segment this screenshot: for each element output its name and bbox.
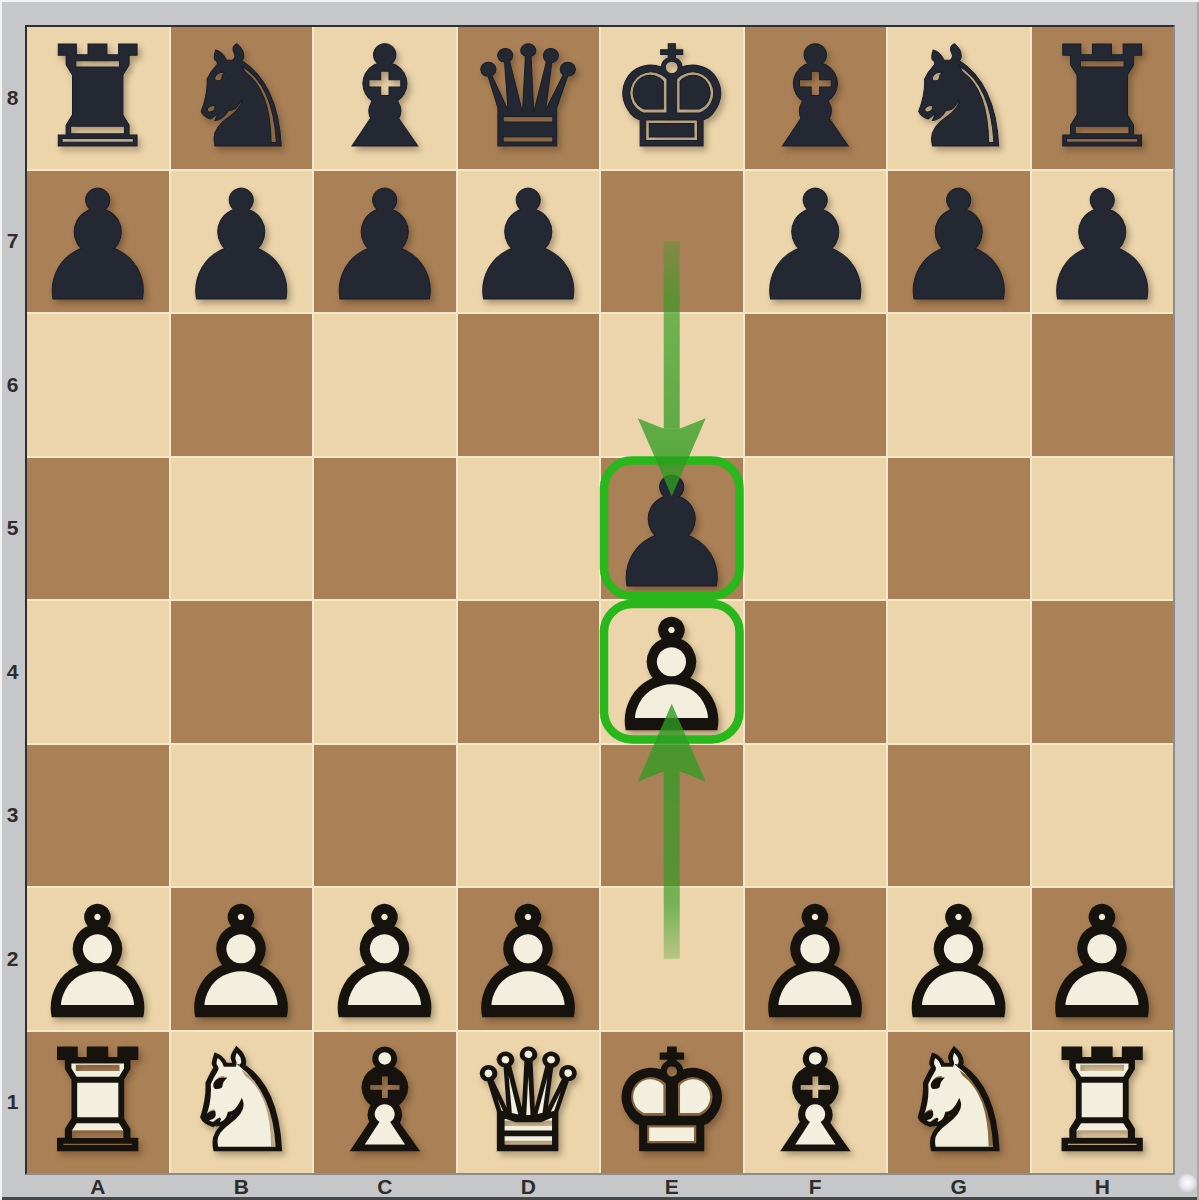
file-label-a: A bbox=[27, 1176, 169, 1198]
white-piece-outline-glyph: ♙ bbox=[891, 888, 1027, 1040]
square-g8[interactable]: ♞ bbox=[888, 27, 1030, 169]
board-frame: ♜♞♝♛♚♝♞♜♟♟♟♟♟♟♟♟♟♙♟♙♟♙♟♙♟♙♟♙♟♙♟♙♜♖♞♘♝♗♛♕… bbox=[0, 0, 1199, 1200]
file-label-d: D bbox=[458, 1176, 600, 1198]
square-c4[interactable] bbox=[314, 601, 456, 743]
square-e3[interactable] bbox=[601, 745, 743, 887]
white-piece-outline-glyph: ♙ bbox=[460, 888, 596, 1040]
white-piece-outline-glyph: ♘ bbox=[896, 1032, 1022, 1172]
square-a4[interactable] bbox=[27, 601, 169, 743]
rank-label-1: 1 bbox=[0, 1032, 25, 1174]
piece-black-rook-h8[interactable]: ♜ bbox=[1032, 27, 1174, 169]
rank-label-6: 6 bbox=[0, 314, 25, 456]
piece-white-queen-d1[interactable]: ♛♕ bbox=[458, 1032, 600, 1174]
white-piece-outline-glyph: ♖ bbox=[1039, 1032, 1165, 1172]
piece-white-bishop-f1[interactable]: ♝♗ bbox=[745, 1032, 887, 1174]
black-piece-glyph: ♟ bbox=[891, 171, 1027, 323]
square-c5[interactable] bbox=[314, 458, 456, 600]
square-c2[interactable]: ♟♙ bbox=[314, 888, 456, 1030]
square-f2[interactable]: ♟♙ bbox=[745, 888, 887, 1030]
square-b5[interactable] bbox=[171, 458, 313, 600]
rank-label-3: 3 bbox=[0, 745, 25, 887]
file-label-b: B bbox=[171, 1176, 313, 1198]
white-piece-outline-glyph: ♔ bbox=[609, 1032, 735, 1172]
square-h2[interactable]: ♟♙ bbox=[1032, 888, 1174, 1030]
square-e1[interactable]: ♚♔ bbox=[601, 1032, 743, 1174]
piece-white-pawn-g2[interactable]: ♟♙ bbox=[888, 888, 1030, 1030]
square-d2[interactable]: ♟♙ bbox=[458, 888, 600, 1030]
square-a5[interactable] bbox=[27, 458, 169, 600]
piece-white-pawn-f2[interactable]: ♟♙ bbox=[745, 888, 887, 1030]
square-c7[interactable]: ♟ bbox=[314, 171, 456, 313]
square-b1[interactable]: ♞♘ bbox=[171, 1032, 313, 1174]
square-f3[interactable] bbox=[745, 745, 887, 887]
white-piece-outline-glyph: ♙ bbox=[30, 888, 166, 1040]
piece-white-pawn-c2[interactable]: ♟♙ bbox=[314, 888, 456, 1030]
black-piece-glyph: ♞ bbox=[896, 28, 1022, 168]
square-a3[interactable] bbox=[27, 745, 169, 887]
piece-white-knight-b1[interactable]: ♞♘ bbox=[171, 1032, 313, 1174]
corner-dot bbox=[1178, 1174, 1197, 1193]
black-piece-glyph: ♚ bbox=[609, 28, 735, 168]
piece-white-rook-h1[interactable]: ♜♖ bbox=[1032, 1032, 1174, 1174]
black-piece-glyph: ♝ bbox=[322, 28, 448, 168]
black-piece-glyph: ♜ bbox=[35, 28, 161, 168]
black-piece-glyph: ♟ bbox=[317, 171, 453, 323]
square-b4[interactable] bbox=[171, 601, 313, 743]
square-f7[interactable]: ♟ bbox=[745, 171, 887, 313]
square-e6[interactable] bbox=[601, 314, 743, 456]
square-h3[interactable] bbox=[1032, 745, 1174, 887]
square-d1[interactable]: ♛♕ bbox=[458, 1032, 600, 1174]
black-piece-glyph: ♟ bbox=[747, 171, 883, 323]
square-h5[interactable] bbox=[1032, 458, 1174, 600]
black-piece-glyph: ♟ bbox=[604, 458, 740, 610]
square-h4[interactable] bbox=[1032, 601, 1174, 743]
piece-white-pawn-a2[interactable]: ♟♙ bbox=[27, 888, 169, 1030]
square-e7[interactable] bbox=[601, 171, 743, 313]
white-piece-outline-glyph: ♙ bbox=[747, 888, 883, 1040]
square-b6[interactable] bbox=[171, 314, 313, 456]
black-piece-glyph: ♟ bbox=[30, 171, 166, 323]
rank-label-5: 5 bbox=[0, 458, 25, 600]
black-piece-glyph: ♟ bbox=[1034, 171, 1170, 323]
piece-white-rook-a1[interactable]: ♜♖ bbox=[27, 1032, 169, 1174]
square-c6[interactable] bbox=[314, 314, 456, 456]
rank-label-4: 4 bbox=[0, 601, 25, 743]
piece-black-knight-g8[interactable]: ♞ bbox=[888, 27, 1030, 169]
piece-white-knight-g1[interactable]: ♞♘ bbox=[888, 1032, 1030, 1174]
piece-white-pawn-b2[interactable]: ♟♙ bbox=[171, 888, 313, 1030]
square-b3[interactable] bbox=[171, 745, 313, 887]
piece-white-king-e1[interactable]: ♚♔ bbox=[601, 1032, 743, 1174]
square-b7[interactable]: ♟ bbox=[171, 171, 313, 313]
square-d6[interactable] bbox=[458, 314, 600, 456]
square-g7[interactable]: ♟ bbox=[888, 171, 1030, 313]
piece-white-pawn-h2[interactable]: ♟♙ bbox=[1032, 888, 1174, 1030]
square-g4[interactable] bbox=[888, 601, 1030, 743]
file-label-c: C bbox=[314, 1176, 456, 1198]
black-piece-glyph: ♛ bbox=[465, 28, 591, 168]
square-f8[interactable]: ♝ bbox=[745, 27, 887, 169]
white-piece-outline-glyph: ♙ bbox=[173, 888, 309, 1040]
square-c1[interactable]: ♝♗ bbox=[314, 1032, 456, 1174]
square-g2[interactable]: ♟♙ bbox=[888, 888, 1030, 1030]
black-piece-glyph: ♜ bbox=[1039, 28, 1165, 168]
black-piece-glyph: ♟ bbox=[460, 171, 596, 323]
file-label-e: E bbox=[601, 1176, 743, 1198]
chess-board: ♜♞♝♛♚♝♞♜♟♟♟♟♟♟♟♟♟♙♟♙♟♙♟♙♟♙♟♙♟♙♟♙♜♖♞♘♝♗♛♕… bbox=[25, 25, 1175, 1175]
rank-label-7: 7 bbox=[0, 171, 25, 313]
square-a8[interactable]: ♜ bbox=[27, 27, 169, 169]
square-c8[interactable]: ♝ bbox=[314, 27, 456, 169]
square-d4[interactable] bbox=[458, 601, 600, 743]
square-e4[interactable]: ♟♙ bbox=[601, 601, 743, 743]
piece-black-pawn-e5[interactable]: ♟ bbox=[601, 458, 743, 600]
file-label-g: G bbox=[888, 1176, 1030, 1198]
square-g3[interactable] bbox=[888, 745, 1030, 887]
piece-black-king-e8[interactable]: ♚ bbox=[601, 27, 743, 169]
piece-black-knight-b8[interactable]: ♞ bbox=[171, 27, 313, 169]
square-d7[interactable]: ♟ bbox=[458, 171, 600, 313]
file-label-h: H bbox=[1032, 1176, 1174, 1198]
square-h1[interactable]: ♜♖ bbox=[1032, 1032, 1174, 1174]
piece-black-queen-d8[interactable]: ♛ bbox=[458, 27, 600, 169]
black-piece-glyph: ♝ bbox=[752, 28, 878, 168]
square-d5[interactable] bbox=[458, 458, 600, 600]
square-e2[interactable] bbox=[601, 888, 743, 1030]
square-g1[interactable]: ♞♘ bbox=[888, 1032, 1030, 1174]
file-label-f: F bbox=[745, 1176, 887, 1198]
piece-black-rook-a8[interactable]: ♜ bbox=[27, 27, 169, 169]
white-piece-outline-glyph: ♙ bbox=[604, 601, 740, 753]
square-f6[interactable] bbox=[745, 314, 887, 456]
square-h8[interactable]: ♜ bbox=[1032, 27, 1174, 169]
square-b8[interactable]: ♞ bbox=[171, 27, 313, 169]
square-a7[interactable]: ♟ bbox=[27, 171, 169, 313]
square-f1[interactable]: ♝♗ bbox=[745, 1032, 887, 1174]
piece-white-pawn-d2[interactable]: ♟♙ bbox=[458, 888, 600, 1030]
white-piece-outline-glyph: ♕ bbox=[465, 1032, 591, 1172]
white-piece-outline-glyph: ♗ bbox=[752, 1032, 878, 1172]
piece-black-pawn-a7[interactable]: ♟ bbox=[27, 171, 169, 313]
rank-label-8: 8 bbox=[0, 27, 25, 169]
white-piece-outline-glyph: ♗ bbox=[322, 1032, 448, 1172]
square-a1[interactable]: ♜♖ bbox=[27, 1032, 169, 1174]
square-c3[interactable] bbox=[314, 745, 456, 887]
black-piece-glyph: ♟ bbox=[173, 171, 309, 323]
square-e5[interactable]: ♟ bbox=[601, 458, 743, 600]
white-piece-outline-glyph: ♙ bbox=[1034, 888, 1170, 1040]
square-f5[interactable] bbox=[745, 458, 887, 600]
square-d3[interactable] bbox=[458, 745, 600, 887]
square-g6[interactable] bbox=[888, 314, 1030, 456]
square-h7[interactable]: ♟ bbox=[1032, 171, 1174, 313]
white-piece-outline-glyph: ♘ bbox=[178, 1032, 304, 1172]
piece-black-pawn-f7[interactable]: ♟ bbox=[745, 171, 887, 313]
piece-black-pawn-d7[interactable]: ♟ bbox=[458, 171, 600, 313]
black-piece-glyph: ♞ bbox=[178, 28, 304, 168]
piece-white-bishop-c1[interactable]: ♝♗ bbox=[314, 1032, 456, 1174]
white-piece-outline-glyph: ♖ bbox=[35, 1032, 161, 1172]
piece-black-pawn-b7[interactable]: ♟ bbox=[171, 171, 313, 313]
square-d8[interactable]: ♛ bbox=[458, 27, 600, 169]
square-a6[interactable] bbox=[27, 314, 169, 456]
piece-black-bishop-f8[interactable]: ♝ bbox=[745, 27, 887, 169]
square-e8[interactable]: ♚ bbox=[601, 27, 743, 169]
square-f4[interactable] bbox=[745, 601, 887, 743]
piece-black-bishop-c8[interactable]: ♝ bbox=[314, 27, 456, 169]
square-g5[interactable] bbox=[888, 458, 1030, 600]
rank-label-2: 2 bbox=[0, 888, 25, 1030]
white-piece-outline-glyph: ♙ bbox=[317, 888, 453, 1040]
piece-black-pawn-c7[interactable]: ♟ bbox=[314, 171, 456, 313]
square-a2[interactable]: ♟♙ bbox=[27, 888, 169, 1030]
square-b2[interactable]: ♟♙ bbox=[171, 888, 313, 1030]
piece-black-pawn-g7[interactable]: ♟ bbox=[888, 171, 1030, 313]
piece-black-pawn-h7[interactable]: ♟ bbox=[1032, 171, 1174, 313]
piece-white-pawn-e4[interactable]: ♟♙ bbox=[601, 601, 743, 743]
square-h6[interactable] bbox=[1032, 314, 1174, 456]
